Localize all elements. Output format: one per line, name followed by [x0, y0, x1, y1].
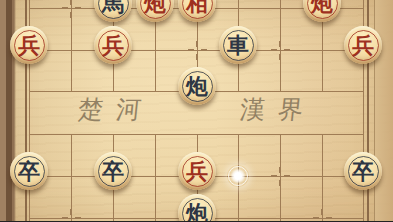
- xiangqi-board[interactable]: 楚河 漢界 馬炮相炮兵兵車兵炮卒卒兵卒炮: [0, 0, 393, 221]
- piece-black-soldier[interactable]: 卒: [344, 152, 382, 190]
- piece-red-cannon[interactable]: 炮: [136, 0, 174, 22]
- piece-character: 車: [227, 26, 249, 64]
- piece-red-cannon[interactable]: 炮: [303, 0, 341, 22]
- river-label-han-jie: 漢界: [239, 96, 318, 124]
- piece-character: 兵: [102, 26, 124, 64]
- piece-character: 卒: [102, 152, 124, 190]
- piece-character: 兵: [18, 26, 40, 64]
- point-marker-cross: [188, 41, 207, 60]
- piece-character: 卒: [352, 152, 374, 190]
- piece-red-soldier[interactable]: 兵: [10, 26, 48, 64]
- board-line: [155, 134, 156, 221]
- point-marker-cross: [62, 209, 81, 222]
- point-marker-cross: [271, 167, 290, 186]
- piece-red-soldier[interactable]: 兵: [94, 26, 132, 64]
- piece-character: 炮: [144, 0, 166, 22]
- board-line: [29, 134, 364, 135]
- piece-red-soldier[interactable]: 兵: [178, 152, 216, 190]
- piece-red-soldier[interactable]: 兵: [344, 26, 382, 64]
- piece-character: 炮: [311, 0, 333, 22]
- point-marker-cross: [313, 209, 332, 222]
- piece-black-cannon[interactable]: 炮: [178, 67, 216, 105]
- piece-red-elephant[interactable]: 相: [178, 0, 216, 22]
- piece-black-horse[interactable]: 馬: [94, 0, 132, 22]
- river-label-chu-he: 楚河: [77, 96, 156, 124]
- piece-character: 卒: [18, 152, 40, 190]
- last-move-indicator-dot: [227, 165, 249, 187]
- piece-character: 相: [186, 0, 208, 22]
- piece-character: 馬: [102, 0, 124, 22]
- piece-character: 兵: [186, 152, 208, 190]
- piece-black-soldier[interactable]: 卒: [94, 152, 132, 190]
- piece-black-cannon[interactable]: 炮: [178, 194, 216, 221]
- point-marker-cross: [62, 0, 81, 18]
- point-marker-cross: [271, 41, 290, 60]
- piece-character: 炮: [186, 67, 208, 105]
- piece-character: 炮: [186, 194, 208, 221]
- piece-character: 兵: [352, 26, 374, 64]
- piece-black-chariot[interactable]: 車: [219, 26, 257, 64]
- piece-black-soldier[interactable]: 卒: [10, 152, 48, 190]
